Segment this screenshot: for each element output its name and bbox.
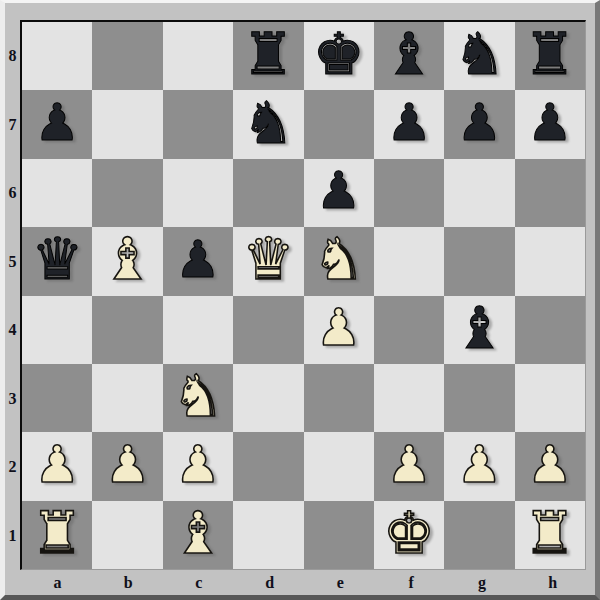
square-g2[interactable]: ♟ [444,432,514,500]
rank-label-4: 4 [5,296,20,365]
square-d8[interactable]: ♜ [233,22,303,90]
square-h4[interactable] [515,296,585,364]
white-king-f1[interactable]: ♚ [383,504,435,562]
square-e3[interactable] [304,364,374,432]
square-g3[interactable] [444,364,514,432]
square-f3[interactable] [374,364,444,432]
white-pawn-c2[interactable]: ♟ [175,439,221,490]
square-b7[interactable] [92,90,162,158]
square-f1[interactable]: ♚ [374,501,444,569]
square-h5[interactable] [515,227,585,295]
square-b6[interactable] [92,159,162,227]
square-h8[interactable]: ♜ [515,22,585,90]
square-e5[interactable]: ♞ [304,227,374,295]
square-f5[interactable] [374,227,444,295]
black-bishop-f8[interactable]: ♝ [383,25,435,83]
square-d1[interactable] [233,501,303,569]
square-a2[interactable]: ♟ [22,432,92,500]
square-g1[interactable] [444,501,514,569]
rank-labels: 8 7 6 5 4 3 2 1 [5,22,20,570]
white-queen-d5[interactable]: ♛ [242,230,294,288]
black-queen-a5[interactable]: ♛ [31,230,83,288]
square-a3[interactable] [22,364,92,432]
square-b4[interactable] [92,296,162,364]
square-h3[interactable] [515,364,585,432]
rank-label-5: 5 [5,228,20,297]
square-d7[interactable]: ♞ [233,90,303,158]
square-h1[interactable]: ♜ [515,501,585,569]
black-knight-d7[interactable]: ♞ [242,94,294,152]
square-e1[interactable] [304,501,374,569]
square-g5[interactable] [444,227,514,295]
square-f7[interactable]: ♟ [374,90,444,158]
rank-label-2: 2 [5,433,20,502]
square-e6[interactable]: ♟ [304,159,374,227]
square-a6[interactable] [22,159,92,227]
white-bishop-b5[interactable]: ♝ [102,230,154,288]
black-pawn-c5[interactable]: ♟ [175,234,221,285]
white-pawn-f2[interactable]: ♟ [386,439,432,490]
square-c4[interactable] [163,296,233,364]
square-d4[interactable] [233,296,303,364]
white-rook-h1[interactable]: ♜ [524,504,576,562]
square-c8[interactable] [163,22,233,90]
square-a1[interactable]: ♜ [22,501,92,569]
square-e8[interactable]: ♚ [304,22,374,90]
square-d5[interactable]: ♛ [233,227,303,295]
rank-label-1: 1 [5,502,20,571]
square-b8[interactable] [92,22,162,90]
chessboard-frame: 8 7 6 5 4 3 2 1 ♜♚♝♞♜♟♞♟♟♟♟♛♝♟♛♞♟♝♞♟♟♟♟♟… [0,0,600,600]
square-a8[interactable] [22,22,92,90]
rank-label-7: 7 [5,91,20,160]
square-h2[interactable]: ♟ [515,432,585,500]
file-label-d: d [234,572,305,594]
white-pawn-a2[interactable]: ♟ [34,439,80,490]
square-c2[interactable]: ♟ [163,432,233,500]
rank-label-6: 6 [5,159,20,228]
white-pawn-e4[interactable]: ♟ [316,302,362,353]
square-b5[interactable]: ♝ [92,227,162,295]
black-knight-g8[interactable]: ♞ [453,25,505,83]
square-a5[interactable]: ♛ [22,227,92,295]
square-g4[interactable]: ♝ [444,296,514,364]
square-b2[interactable]: ♟ [92,432,162,500]
square-c1[interactable]: ♝ [163,501,233,569]
board: ♜♚♝♞♜♟♞♟♟♟♟♛♝♟♛♞♟♝♞♟♟♟♟♟♟♜♝♚♜ [20,20,586,570]
square-d6[interactable] [233,159,303,227]
white-pawn-b2[interactable]: ♟ [105,439,151,490]
white-knight-c3[interactable]: ♞ [172,367,224,425]
black-bishop-g4[interactable]: ♝ [453,299,505,357]
square-e2[interactable] [304,432,374,500]
black-pawn-h7[interactable]: ♟ [527,97,573,148]
square-g6[interactable] [444,159,514,227]
file-label-a: a [22,572,93,594]
square-e4[interactable]: ♟ [304,296,374,364]
square-d2[interactable] [233,432,303,500]
square-c5[interactable]: ♟ [163,227,233,295]
white-pawn-g2[interactable]: ♟ [457,439,503,490]
rank-label-8: 8 [5,22,20,91]
rank-label-3: 3 [5,365,20,434]
square-g7[interactable]: ♟ [444,90,514,158]
black-rook-h8[interactable]: ♜ [524,25,576,83]
black-pawn-a7[interactable]: ♟ [34,97,80,148]
square-d3[interactable] [233,364,303,432]
black-pawn-g7[interactable]: ♟ [457,97,503,148]
black-pawn-e6[interactable]: ♟ [316,165,362,216]
file-label-g: g [447,572,518,594]
square-a7[interactable]: ♟ [22,90,92,158]
square-c3[interactable]: ♞ [163,364,233,432]
square-g8[interactable]: ♞ [444,22,514,90]
white-pawn-h2[interactable]: ♟ [527,439,573,490]
square-c7[interactable] [163,90,233,158]
black-king-e8[interactable]: ♚ [313,25,365,83]
square-f6[interactable] [374,159,444,227]
file-labels: a b c d e f g h [22,572,588,594]
file-label-c: c [164,572,235,594]
square-a4[interactable] [22,296,92,364]
square-b3[interactable] [92,364,162,432]
square-f2[interactable]: ♟ [374,432,444,500]
file-label-e: e [305,572,376,594]
white-knight-e5[interactable]: ♞ [313,230,365,288]
square-h7[interactable]: ♟ [515,90,585,158]
black-rook-d8[interactable]: ♜ [242,25,294,83]
square-h6[interactable] [515,159,585,227]
black-pawn-f7[interactable]: ♟ [386,97,432,148]
square-f4[interactable] [374,296,444,364]
file-label-h: h [517,572,588,594]
white-bishop-c1[interactable]: ♝ [172,504,224,562]
white-rook-a1[interactable]: ♜ [31,504,83,562]
square-b1[interactable] [92,501,162,569]
file-label-b: b [93,572,164,594]
file-label-f: f [376,572,447,594]
square-c6[interactable] [163,159,233,227]
square-e7[interactable] [304,90,374,158]
square-f8[interactable]: ♝ [374,22,444,90]
